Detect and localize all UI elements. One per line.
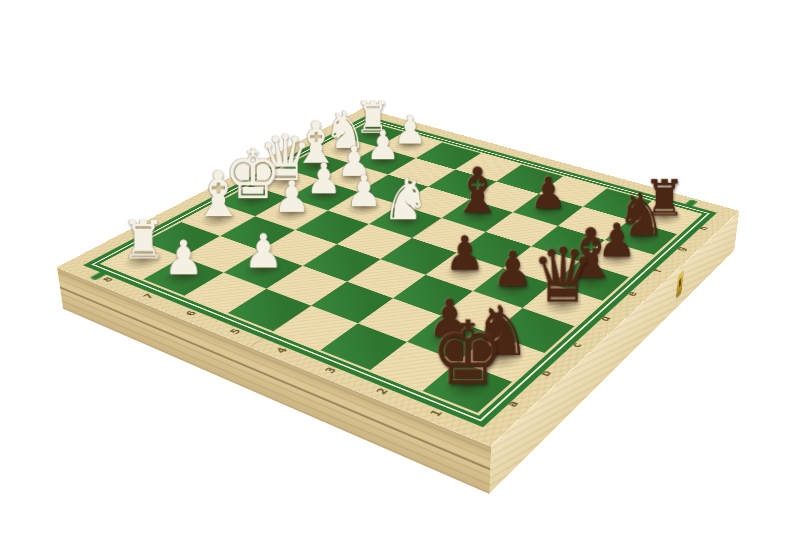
brass-latch-icon[interactable]: [676, 270, 684, 298]
piece-white-pawn-d7[interactable]: ♟: [273, 175, 310, 219]
piece-brown-pawn-d3[interactable]: ♟: [445, 230, 485, 277]
piece-white-pawn-e6[interactable]: ♟: [346, 170, 382, 213]
file-label-g: g: [670, 243, 692, 255]
brand-logo-icon: [89, 269, 112, 280]
piece-brown-king-a1[interactable]: ♚: [431, 309, 505, 397]
file-label-b: b: [532, 365, 559, 382]
piece-white-rook-a8[interactable]: ♜: [121, 214, 166, 267]
file-label-f: f: [646, 264, 668, 277]
piece-white-pawn-e7[interactable]: ♟: [306, 157, 342, 199]
piece-white-knight-e5[interactable]: ♞: [381, 170, 429, 228]
piece-brown-pawn-g3[interactable]: ♟: [530, 171, 567, 214]
piece-brown-queen-d1[interactable]: ♛: [531, 238, 595, 313]
piece-brown-bishop-f4[interactable]: ♝: [451, 160, 504, 223]
file-label-a: a: [499, 395, 527, 413]
piece-white-pawn-a7[interactable]: ♟: [163, 234, 203, 282]
piece-white-pawn-b6[interactable]: ♟: [244, 228, 284, 275]
rank-label-1: 1: [422, 404, 451, 423]
piece-white-bishop-c8[interactable]: ♝: [192, 163, 245, 226]
folding-chess-box: abcdefgh12345678 ♜♝♚♛♝♞♜♟♟♟♟♟♟♟♟♞♝♟♟♟♟♚♞…: [57, 108, 740, 446]
file-label-h: h: [693, 222, 714, 234]
file-label-d: d: [593, 311, 617, 326]
file-label-e: e: [620, 287, 643, 301]
file-label-c: c: [564, 337, 589, 353]
piece-brown-pawn-d2[interactable]: ♟: [492, 245, 533, 293]
square-a1[interactable]: ♚: [423, 361, 513, 413]
